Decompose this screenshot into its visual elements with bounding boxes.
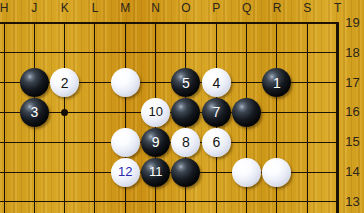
column-label-M: M: [116, 1, 134, 15]
move-number-8: 8: [182, 135, 190, 149]
column-label-K: K: [56, 1, 74, 15]
stone-K17: 2: [50, 68, 79, 97]
stone-O14: [171, 158, 200, 187]
stone-O16: [171, 98, 200, 127]
stone-J17: [20, 68, 49, 97]
stone-M14: 12: [111, 158, 140, 187]
move-number-4: 4: [212, 76, 220, 90]
move-number-11: 11: [149, 165, 163, 179]
stone-R17: 1: [262, 68, 291, 97]
grid-line-v-K: [64, 22, 65, 213]
column-label-O: O: [177, 1, 195, 15]
grid-line-v-T: [336, 22, 339, 213]
stone-Q14: [232, 158, 261, 187]
go-board[interactable]: HJKLMNOPQRST1918171615141325413107986121…: [0, 0, 364, 213]
column-label-H: H: [0, 1, 13, 15]
row-label-18: 18: [341, 46, 364, 60]
stone-Q16: [232, 98, 261, 127]
column-label-T: T: [329, 1, 347, 15]
grid-line-h-19: [0, 22, 339, 24]
star-point-K16: [61, 109, 68, 116]
row-label-19: 19: [341, 16, 364, 30]
column-label-N: N: [147, 1, 165, 15]
stone-P16: 7: [202, 98, 231, 127]
stone-N16: 10: [141, 98, 170, 127]
column-label-S: S: [298, 1, 316, 15]
row-label-14: 14: [341, 165, 364, 179]
move-number-6: 6: [212, 135, 220, 149]
move-number-3: 3: [30, 105, 38, 119]
column-label-L: L: [86, 1, 104, 15]
stone-R14: [262, 158, 291, 187]
column-label-Q: Q: [238, 1, 256, 15]
grid-line-v-S: [307, 22, 308, 213]
move-number-2: 2: [61, 76, 69, 90]
stone-J16: 3: [20, 98, 49, 127]
column-label-J: J: [25, 1, 43, 15]
grid-line-h-18: [0, 52, 339, 53]
move-number-5: 5: [182, 76, 190, 90]
stone-M17: [111, 68, 140, 97]
stone-O15: 8: [171, 128, 200, 157]
grid-line-v-L: [94, 22, 95, 213]
move-number-12: 12: [118, 165, 132, 179]
stone-P15: 6: [202, 128, 231, 157]
stone-O17: 5: [171, 68, 200, 97]
column-label-P: P: [207, 1, 225, 15]
grid-line-v-H: [4, 22, 5, 213]
row-label-13: 13: [341, 195, 364, 209]
stone-N15: 9: [141, 128, 170, 157]
row-label-15: 15: [341, 135, 364, 149]
grid-line-h-13: [0, 201, 339, 202]
column-label-R: R: [268, 1, 286, 15]
stone-P17: 4: [202, 68, 231, 97]
move-number-1: 1: [273, 76, 281, 90]
stone-M15: [111, 128, 140, 157]
move-number-7: 7: [212, 105, 220, 119]
row-label-16: 16: [341, 105, 364, 119]
row-label-17: 17: [341, 76, 364, 90]
move-number-10: 10: [148, 105, 162, 119]
move-number-9: 9: [152, 135, 160, 149]
stone-N14: 11: [141, 158, 170, 187]
